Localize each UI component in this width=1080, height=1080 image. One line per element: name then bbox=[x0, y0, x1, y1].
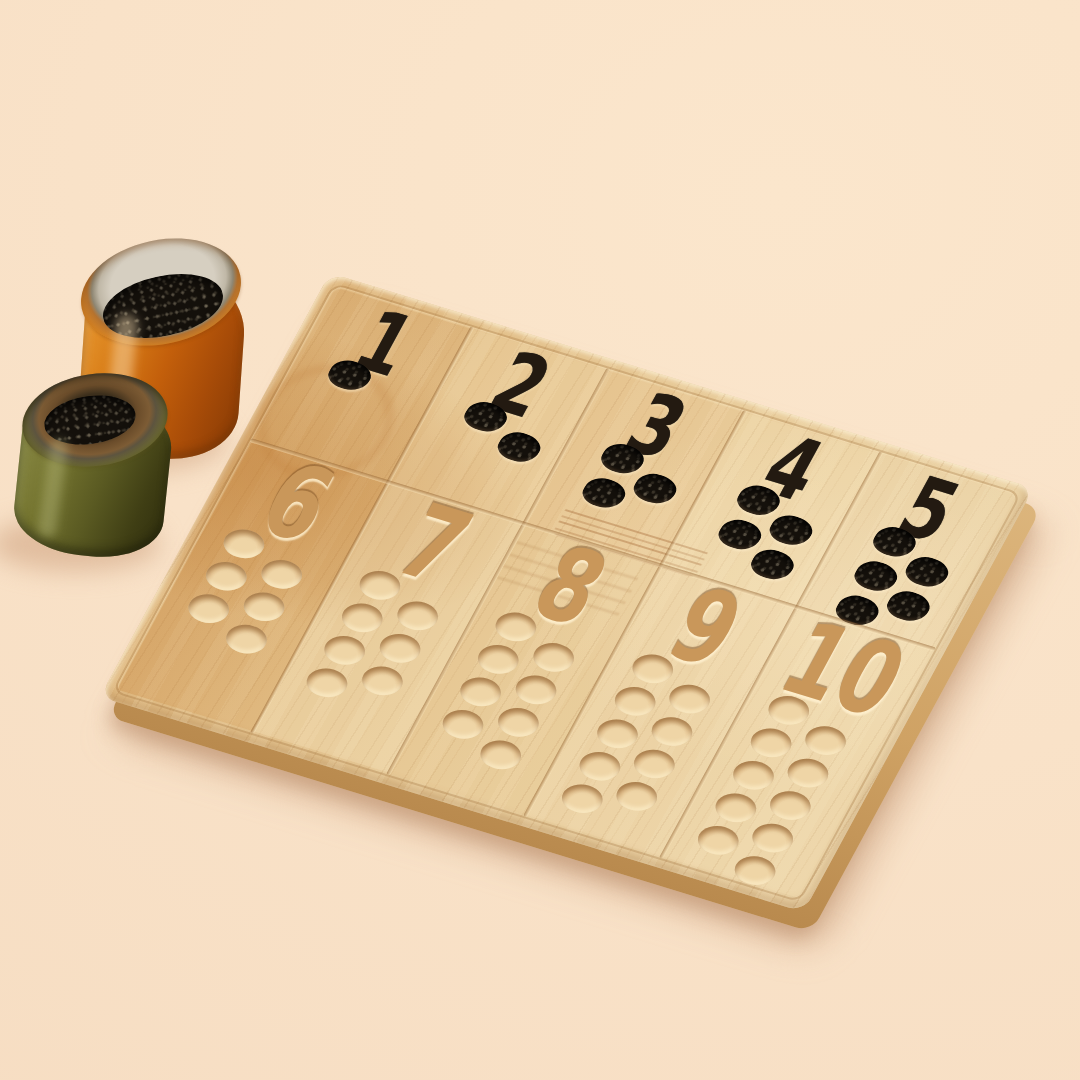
green-bead-cup[interactable] bbox=[14, 372, 176, 560]
scene: 12345678910 bbox=[0, 0, 1080, 1080]
